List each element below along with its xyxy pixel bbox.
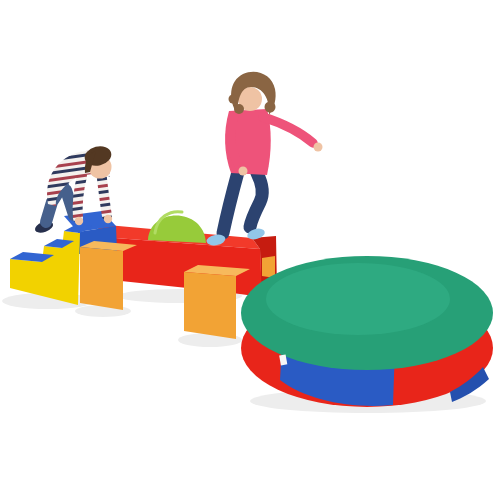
support-block [262, 256, 275, 278]
half-cylinder-block [148, 212, 206, 243]
crash-mat [241, 256, 493, 407]
boy-arm-near [78, 176, 82, 218]
girl-figure [206, 72, 323, 247]
girl-left-leg [223, 172, 238, 233]
softplay-scene [0, 0, 500, 500]
crash-mat-sheen [266, 263, 450, 335]
step-block [10, 224, 92, 305]
boy-hand-near [75, 217, 83, 225]
girl-right-leg [250, 173, 262, 227]
girl-hand-extended [314, 143, 323, 152]
girl-hair-curl-right [265, 102, 276, 113]
boy-hand-far [104, 215, 112, 223]
girl-hair-curl-left [234, 104, 244, 114]
girl-hand-lowered [239, 167, 248, 176]
girl-hair-curl-side [229, 95, 238, 104]
cube-2-front-face [184, 272, 236, 339]
product-photo-canvas [0, 0, 500, 500]
cube-1-front-face [80, 247, 123, 310]
